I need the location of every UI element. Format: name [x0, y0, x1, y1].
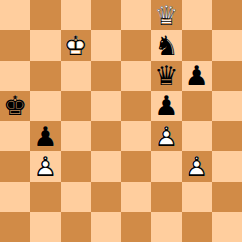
square-h6[interactable] — [212, 61, 242, 91]
square-b6[interactable] — [30, 61, 60, 91]
square-c6[interactable] — [61, 61, 91, 91]
square-b2[interactable] — [30, 182, 60, 212]
black-pawn-piece[interactable]: ♟ — [151, 91, 181, 121]
square-b1[interactable] — [30, 212, 60, 242]
square-b5[interactable] — [30, 91, 60, 121]
square-c2[interactable] — [61, 182, 91, 212]
square-c8[interactable] — [61, 0, 91, 30]
square-e3[interactable] — [121, 151, 151, 181]
square-c5[interactable] — [61, 91, 91, 121]
square-e2[interactable] — [121, 182, 151, 212]
square-g4[interactable] — [182, 121, 212, 151]
square-g5[interactable] — [182, 91, 212, 121]
square-f2[interactable] — [151, 182, 181, 212]
square-f4[interactable]: ♟♙ — [151, 121, 181, 151]
square-b7[interactable] — [30, 30, 60, 60]
square-g1[interactable] — [182, 212, 212, 242]
black-pawn-icon: ♟ — [30, 121, 60, 151]
black-knight-icon: ♞ — [151, 30, 181, 60]
square-h2[interactable] — [212, 182, 242, 212]
white-pawn-piece[interactable]: ♟♙ — [30, 151, 60, 181]
black-knight-piece[interactable]: ♞ — [151, 30, 181, 60]
square-d1[interactable] — [91, 212, 121, 242]
square-d3[interactable] — [91, 151, 121, 181]
square-b4[interactable]: ♟ — [30, 121, 60, 151]
square-a2[interactable] — [0, 182, 30, 212]
black-queen-icon: ♛ — [151, 61, 181, 91]
white-pawn-piece[interactable]: ♟♙ — [182, 151, 212, 181]
square-e4[interactable] — [121, 121, 151, 151]
square-d6[interactable] — [91, 61, 121, 91]
square-d4[interactable] — [91, 121, 121, 151]
square-g2[interactable] — [182, 182, 212, 212]
square-h4[interactable] — [212, 121, 242, 151]
square-f8[interactable]: ♛♕ — [151, 0, 181, 30]
square-a5[interactable]: ♚ — [0, 91, 30, 121]
square-a7[interactable] — [0, 30, 30, 60]
square-b8[interactable] — [30, 0, 60, 30]
white-pawn-icon: ♙ — [151, 121, 181, 151]
white-queen-icon: ♕ — [151, 0, 181, 30]
square-f6[interactable]: ♛ — [151, 61, 181, 91]
white-queen-piece[interactable]: ♛♕ — [151, 0, 181, 30]
square-h7[interactable] — [212, 30, 242, 60]
square-h5[interactable] — [212, 91, 242, 121]
square-d7[interactable] — [91, 30, 121, 60]
black-queen-piece[interactable]: ♛ — [151, 61, 181, 91]
square-c3[interactable] — [61, 151, 91, 181]
black-pawn-piece[interactable]: ♟ — [182, 61, 212, 91]
square-d2[interactable] — [91, 182, 121, 212]
square-f3[interactable] — [151, 151, 181, 181]
square-e6[interactable] — [121, 61, 151, 91]
black-king-piece[interactable]: ♚ — [0, 91, 30, 121]
black-pawn-piece[interactable]: ♟ — [30, 121, 60, 151]
square-a4[interactable] — [0, 121, 30, 151]
white-pawn-icon: ♙ — [182, 151, 212, 181]
square-a1[interactable] — [0, 212, 30, 242]
square-e5[interactable] — [121, 91, 151, 121]
square-a6[interactable] — [0, 61, 30, 91]
white-king-icon: ♔ — [61, 30, 91, 60]
square-h8[interactable] — [212, 0, 242, 30]
white-pawn-icon: ♙ — [30, 151, 60, 181]
square-e1[interactable] — [121, 212, 151, 242]
square-g7[interactable] — [182, 30, 212, 60]
square-d8[interactable] — [91, 0, 121, 30]
square-g6[interactable]: ♟ — [182, 61, 212, 91]
white-pawn-piece[interactable]: ♟♙ — [151, 121, 181, 151]
black-pawn-icon: ♟ — [182, 61, 212, 91]
square-d5[interactable] — [91, 91, 121, 121]
square-c4[interactable] — [61, 121, 91, 151]
square-c7[interactable]: ♚♔ — [61, 30, 91, 60]
square-a3[interactable] — [0, 151, 30, 181]
square-b3[interactable]: ♟♙ — [30, 151, 60, 181]
square-h3[interactable] — [212, 151, 242, 181]
square-f5[interactable]: ♟ — [151, 91, 181, 121]
black-pawn-icon: ♟ — [151, 91, 181, 121]
chess-board: ♛♕♚♔♞♛♟♚♟♟♟♙♟♙♟♙ — [0, 0, 242, 242]
square-g3[interactable]: ♟♙ — [182, 151, 212, 181]
square-f1[interactable] — [151, 212, 181, 242]
square-c1[interactable] — [61, 212, 91, 242]
white-king-piece[interactable]: ♚♔ — [61, 30, 91, 60]
square-g8[interactable] — [182, 0, 212, 30]
black-king-icon: ♚ — [0, 91, 30, 121]
square-a8[interactable] — [0, 0, 30, 30]
square-f7[interactable]: ♞ — [151, 30, 181, 60]
square-h1[interactable] — [212, 212, 242, 242]
square-e7[interactable] — [121, 30, 151, 60]
square-e8[interactable] — [121, 0, 151, 30]
